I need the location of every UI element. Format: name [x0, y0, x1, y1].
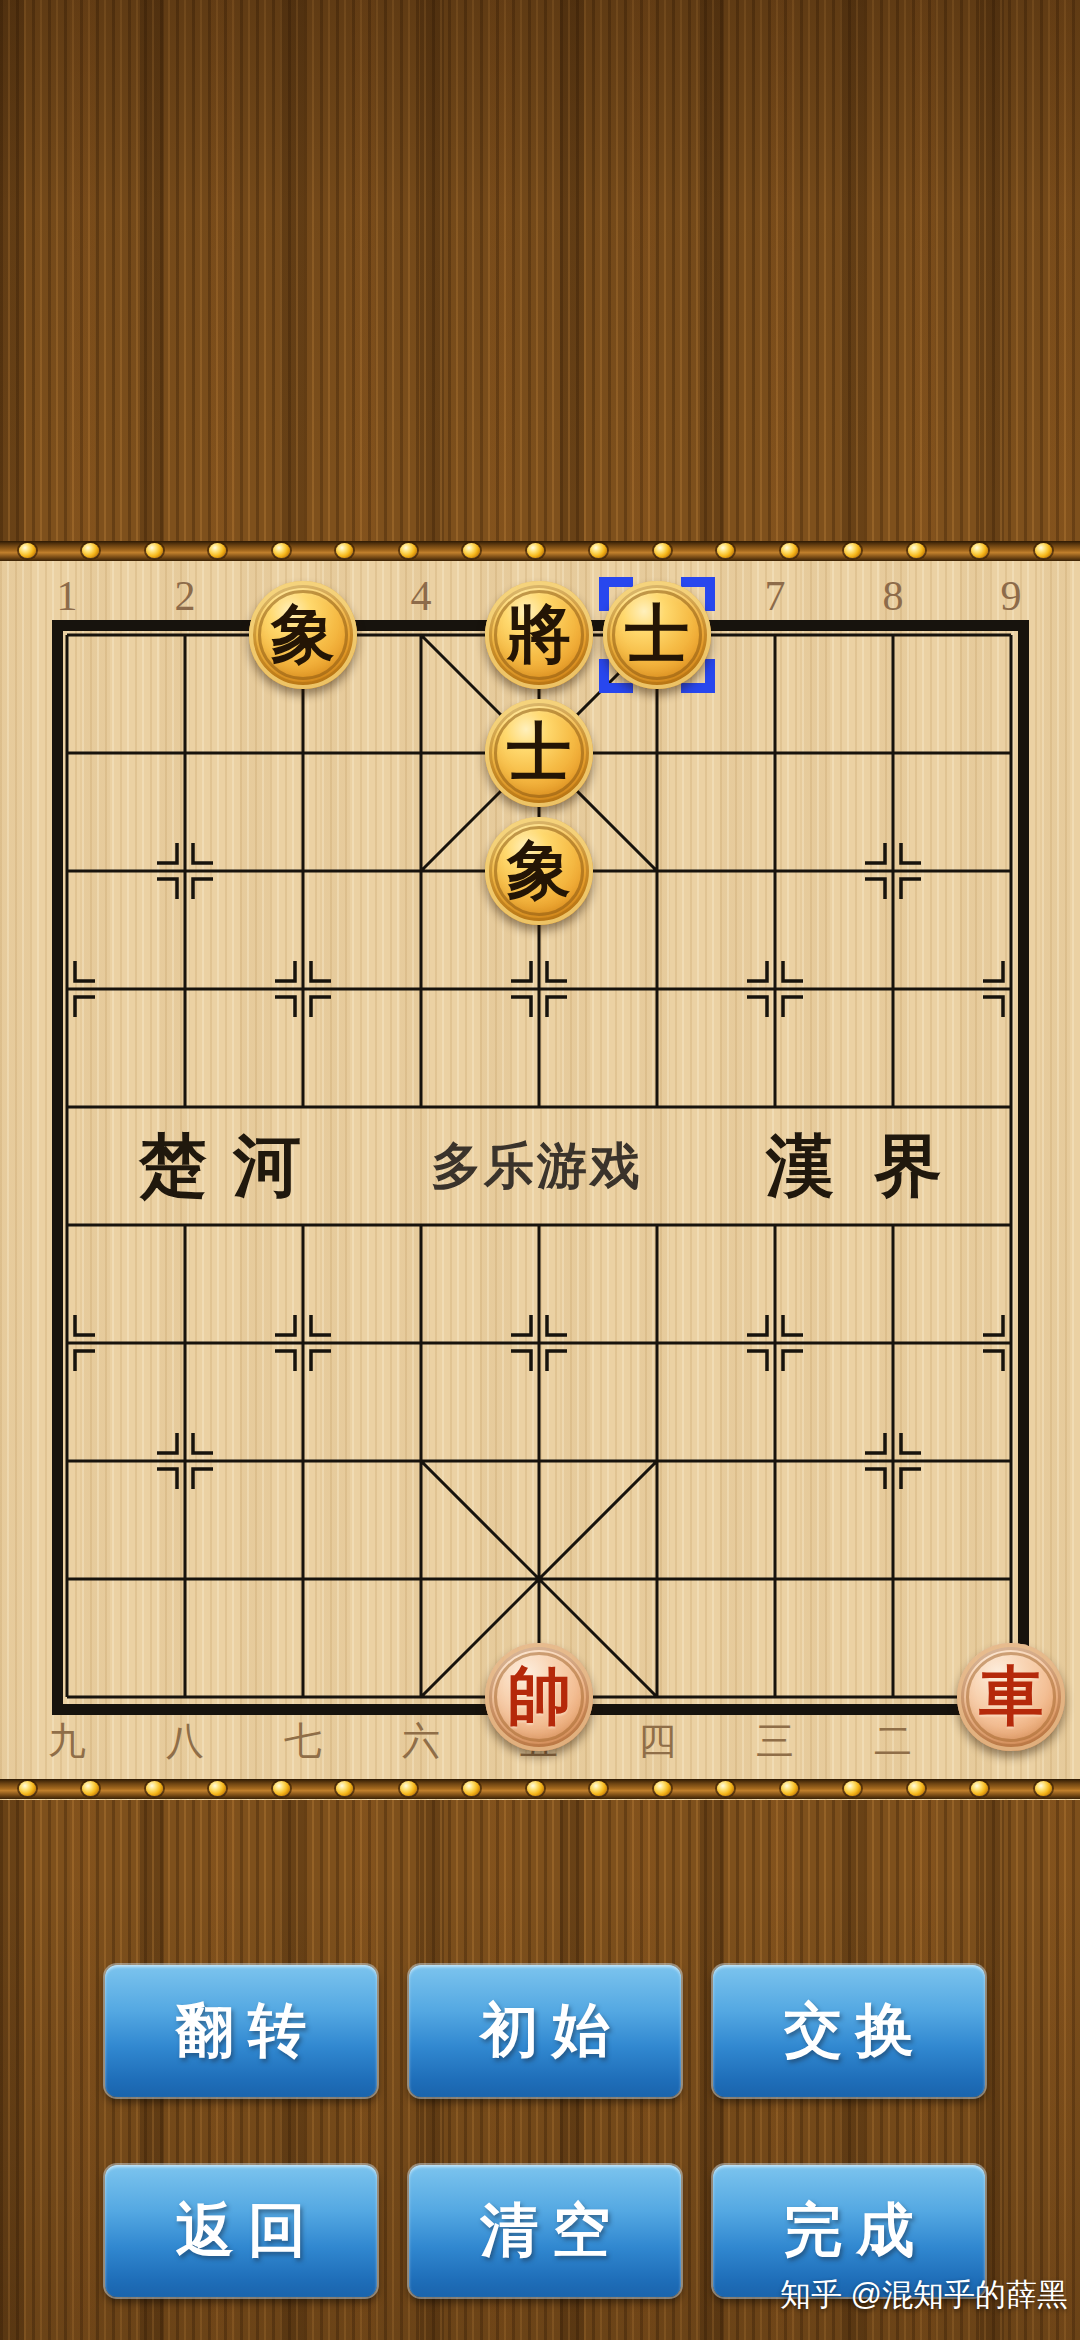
- nail-icon: [527, 543, 544, 558]
- nail-icon: [781, 1781, 798, 1796]
- board-point[interactable]: [362, 576, 480, 694]
- nail-icon: [146, 1781, 163, 1796]
- board-point[interactable]: [716, 1284, 834, 1402]
- board-point[interactable]: [598, 1520, 716, 1638]
- board-point[interactable]: [952, 694, 1070, 812]
- board-point[interactable]: 士: [598, 576, 716, 694]
- nail-icon: [82, 1781, 99, 1796]
- board-point[interactable]: [362, 1048, 480, 1166]
- board-point[interactable]: [8, 576, 126, 694]
- board-point[interactable]: [834, 1284, 952, 1402]
- board-point[interactable]: [598, 1048, 716, 1166]
- board-point[interactable]: [598, 1638, 716, 1756]
- nail-icon: [971, 1781, 988, 1796]
- board-point[interactable]: [952, 1402, 1070, 1520]
- piece-black-advisor[interactable]: 士: [603, 581, 711, 689]
- board-point[interactable]: [244, 1166, 362, 1284]
- board-point[interactable]: [598, 812, 716, 930]
- swap-sides-button[interactable]: 交换: [713, 1965, 985, 2097]
- nail-icon: [908, 543, 925, 558]
- board-point[interactable]: [244, 1048, 362, 1166]
- board-point[interactable]: [716, 1638, 834, 1756]
- piece-black-advisor[interactable]: 士: [485, 699, 593, 807]
- board-point[interactable]: [834, 1402, 952, 1520]
- board-point[interactable]: [8, 812, 126, 930]
- board-point[interactable]: [598, 1402, 716, 1520]
- clear-board-button[interactable]: 清空: [409, 2165, 681, 2297]
- nail-icon: [590, 543, 607, 558]
- nail-icon: [400, 1781, 417, 1796]
- piece-black-elephant[interactable]: 象: [485, 817, 593, 925]
- board-point[interactable]: [126, 1048, 244, 1166]
- board-point[interactable]: [716, 1520, 834, 1638]
- nail-icon: [82, 543, 99, 558]
- board-point[interactable]: [480, 1048, 598, 1166]
- board-point[interactable]: 車: [952, 1638, 1070, 1756]
- board-point[interactable]: [8, 694, 126, 812]
- piece-black-elephant[interactable]: 象: [249, 581, 357, 689]
- board-point[interactable]: 象: [244, 576, 362, 694]
- board-point[interactable]: [244, 930, 362, 1048]
- board-point[interactable]: [834, 1048, 952, 1166]
- nail-icon: [908, 1781, 925, 1796]
- board-point[interactable]: [8, 1166, 126, 1284]
- board-point[interactable]: [716, 1048, 834, 1166]
- board-point[interactable]: [716, 576, 834, 694]
- board-point[interactable]: [598, 930, 716, 1048]
- board-point[interactable]: [126, 576, 244, 694]
- nail-icon: [590, 1781, 607, 1796]
- board-point[interactable]: [834, 812, 952, 930]
- nail-icon: [146, 543, 163, 558]
- board-point[interactable]: 帥: [480, 1638, 598, 1756]
- nail-icon: [1035, 543, 1052, 558]
- board-point[interactable]: 將: [480, 576, 598, 694]
- board-point[interactable]: [716, 812, 834, 930]
- board-point[interactable]: [126, 1166, 244, 1284]
- board-point[interactable]: [362, 930, 480, 1048]
- board-point[interactable]: [126, 812, 244, 930]
- board-point[interactable]: [8, 930, 126, 1048]
- board-point[interactable]: [8, 1284, 126, 1402]
- board-point[interactable]: [244, 1284, 362, 1402]
- board-point[interactable]: [952, 930, 1070, 1048]
- board-point[interactable]: [480, 1166, 598, 1284]
- board-point[interactable]: [952, 812, 1070, 930]
- board-point[interactable]: [362, 1166, 480, 1284]
- nail-icon: [273, 1781, 290, 1796]
- board-point[interactable]: [126, 1520, 244, 1638]
- board-point[interactable]: [362, 1638, 480, 1756]
- board-point[interactable]: [952, 1520, 1070, 1638]
- board-point[interactable]: [952, 1166, 1070, 1284]
- board-point[interactable]: [126, 694, 244, 812]
- nail-icon: [527, 1781, 544, 1796]
- nail-icon: [717, 543, 734, 558]
- board-point[interactable]: [244, 812, 362, 930]
- nail-icon: [1035, 1781, 1052, 1796]
- board-point[interactable]: [244, 1638, 362, 1756]
- board-point[interactable]: [952, 576, 1070, 694]
- app-screen: 楚河 多乐游戏 漢界 123456789 九八七六五四三二一 象將士士象帥車 翻…: [0, 0, 1080, 2340]
- board-point[interactable]: [598, 1284, 716, 1402]
- board-point[interactable]: [952, 1048, 1070, 1166]
- board-point[interactable]: 士: [480, 694, 598, 812]
- board-point[interactable]: [362, 1284, 480, 1402]
- piece-red-general[interactable]: 帥: [485, 1643, 593, 1751]
- back-button[interactable]: 返回: [105, 2165, 377, 2297]
- board-point[interactable]: [126, 930, 244, 1048]
- board-point[interactable]: [244, 694, 362, 812]
- nail-icon: [463, 543, 480, 558]
- board-point[interactable]: [834, 576, 952, 694]
- initial-setup-button[interactable]: 初始: [409, 1965, 681, 2097]
- flip-button[interactable]: 翻转: [105, 1965, 377, 2097]
- board-point[interactable]: [362, 1520, 480, 1638]
- board-point[interactable]: [8, 1048, 126, 1166]
- board-point[interactable]: [952, 1284, 1070, 1402]
- board-point[interactable]: [716, 694, 834, 812]
- board-point[interactable]: [834, 1520, 952, 1638]
- nail-icon: [336, 543, 353, 558]
- watermark: 知乎 @混知乎的薛黑: [780, 2274, 1068, 2316]
- board-point[interactable]: [480, 1402, 598, 1520]
- piece-black-general[interactable]: 將: [485, 581, 593, 689]
- board-point[interactable]: [126, 1402, 244, 1520]
- nail-icon: [717, 1781, 734, 1796]
- nail-icon: [844, 543, 861, 558]
- nail-icon: [19, 543, 36, 558]
- nail-icon: [781, 543, 798, 558]
- nail-icon: [971, 543, 988, 558]
- nail-icon: [209, 543, 226, 558]
- nail-strip-bottom: [0, 1779, 1080, 1799]
- board-point[interactable]: [834, 1638, 952, 1756]
- nail-icon: [273, 543, 290, 558]
- board-point[interactable]: [598, 694, 716, 812]
- nail-icon: [400, 543, 417, 558]
- nail-icon: [209, 1781, 226, 1796]
- board-point[interactable]: [716, 1166, 834, 1284]
- nail-icon: [654, 543, 671, 558]
- board-point[interactable]: [834, 1166, 952, 1284]
- board-point[interactable]: [244, 1520, 362, 1638]
- board-point[interactable]: [716, 930, 834, 1048]
- nail-icon: [654, 1781, 671, 1796]
- board-point[interactable]: [480, 1520, 598, 1638]
- board-point[interactable]: 象: [480, 812, 598, 930]
- nail-icon: [463, 1781, 480, 1796]
- board-point[interactable]: [834, 694, 952, 812]
- piece-red-rook[interactable]: 車: [957, 1643, 1065, 1751]
- board-points-grid: 象將士士象帥車: [8, 576, 1070, 1756]
- board-point[interactable]: [8, 1638, 126, 1756]
- nail-icon: [844, 1781, 861, 1796]
- board-point[interactable]: [8, 1402, 126, 1520]
- board-point[interactable]: [716, 1402, 834, 1520]
- nail-icon: [336, 1781, 353, 1796]
- board-point[interactable]: [126, 1638, 244, 1756]
- nail-strip-top: [0, 541, 1080, 561]
- board-point[interactable]: [598, 1166, 716, 1284]
- board-point[interactable]: [244, 1402, 362, 1520]
- board-point[interactable]: [8, 1520, 126, 1638]
- board-point[interactable]: [362, 812, 480, 930]
- board-point[interactable]: [834, 930, 952, 1048]
- nail-icon: [19, 1781, 36, 1796]
- board-point[interactable]: [362, 1402, 480, 1520]
- board-point[interactable]: [362, 694, 480, 812]
- board-point[interactable]: [126, 1284, 244, 1402]
- board-point[interactable]: [480, 930, 598, 1048]
- board-point[interactable]: [480, 1284, 598, 1402]
